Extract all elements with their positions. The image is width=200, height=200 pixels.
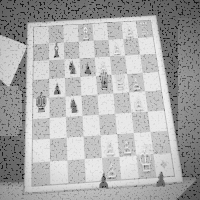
square-a1[interactable]: ♖	[136, 20, 153, 37]
piece-white-pawn-g3[interactable]: ♙	[121, 138, 134, 156]
square-g5[interactable]	[84, 135, 102, 158]
square-f7[interactable]	[50, 117, 67, 139]
square-d7[interactable]: ♟	[49, 78, 65, 98]
captured-black-pawn-top-border[interactable]: ♟	[84, 0, 100, 16]
piece-white-knight-b2[interactable]: ♘	[125, 38, 138, 56]
captured-black-pawn-below-board-right[interactable]: ♟	[154, 170, 168, 191]
square-f5[interactable]	[82, 114, 100, 136]
square-h7[interactable]	[50, 160, 68, 185]
square-a6[interactable]	[63, 25, 78, 42]
square-e1[interactable]	[145, 90, 164, 111]
square-f1[interactable]	[148, 110, 167, 132]
square-b4[interactable]	[94, 39, 110, 57]
board-grid: ♗♙♖♝♙♘♞♟♙♟♛♕♙♚♞♙♙♙♘♙♔❖	[32, 20, 174, 185]
square-a5[interactable]: ♗	[78, 24, 94, 41]
square-g8[interactable]	[33, 139, 50, 162]
square-f8[interactable]	[33, 118, 50, 140]
piece-white-pawn-d2[interactable]: ♙	[130, 77, 142, 93]
square-c1[interactable]	[140, 54, 158, 73]
piece-white-pawn-e2[interactable]: ♙	[133, 96, 145, 113]
piece-white-pawn-b3[interactable]: ♙	[111, 42, 122, 56]
piece-black-knight-c6[interactable]: ♞	[67, 59, 79, 78]
piece-black-pawn-c5[interactable]: ♟	[83, 61, 94, 76]
piece-black-knight-e6[interactable]: ♞	[68, 96, 80, 117]
square-f4[interactable]	[99, 113, 117, 135]
square-b7[interactable]: ♝	[49, 42, 64, 60]
square-c6[interactable]: ♞	[64, 58, 80, 77]
square-b1[interactable]	[138, 37, 155, 55]
square-d4[interactable]: ♛	[96, 75, 113, 95]
square-h6[interactable]	[67, 159, 85, 184]
piece-black-queen-d4[interactable]: ♛	[97, 69, 111, 95]
square-b8[interactable]	[34, 43, 49, 61]
piece-white-queen-d3[interactable]: ♕	[113, 68, 128, 94]
square-e7[interactable]	[49, 97, 66, 118]
piece-white-pawn-g4[interactable]: ♙	[104, 139, 116, 157]
square-g7[interactable]	[50, 138, 68, 161]
piece-white-bishop-a5[interactable]: ♗	[80, 22, 92, 42]
square-d1[interactable]	[143, 72, 161, 92]
table-shade-right	[178, 18, 200, 182]
captured-black-rook-left-border[interactable]: ♜	[14, 123, 27, 142]
square-e6[interactable]: ♞	[65, 96, 82, 117]
piece-black-king-e8[interactable]: ♚	[35, 90, 49, 119]
square-c7[interactable]	[49, 59, 65, 78]
piece-black-pawn-d7[interactable]: ♟	[52, 82, 62, 98]
square-c8[interactable]	[34, 60, 50, 79]
piece-black-bishop-b7[interactable]: ♝	[51, 40, 63, 61]
square-a4[interactable]	[92, 23, 108, 40]
square-g1[interactable]: ♘	[150, 131, 170, 154]
captured-black-pawn-below-board-left[interactable]: ♟	[97, 172, 110, 192]
square-c5[interactable]: ♟	[80, 58, 97, 77]
square-e8[interactable]: ♚	[33, 98, 50, 119]
square-a8[interactable]	[34, 26, 49, 43]
square-e5[interactable]	[81, 94, 98, 115]
captured-black-pawn-left-border[interactable]: ♟	[15, 74, 28, 92]
square-g4[interactable]: ♙	[100, 134, 119, 157]
square-f6[interactable]	[66, 115, 83, 137]
square-d5[interactable]	[80, 76, 97, 96]
square-g6[interactable]	[67, 136, 85, 159]
photo-scene: ♗♙♖♝♙♘♞♟♙♟♛♕♙♚♞♙♙♙♘♙♔❖ CHESSBOARD ♟♟♜♟♟	[0, 0, 200, 200]
square-h8[interactable]	[32, 161, 50, 186]
piece-white-rook-a1[interactable]: ♖	[138, 21, 151, 38]
